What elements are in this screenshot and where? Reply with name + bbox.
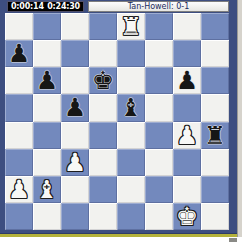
black-bishop[interactable]: ♝	[120, 94, 142, 121]
square-c6[interactable]	[61, 67, 89, 94]
square-c2[interactable]	[61, 176, 89, 203]
square-a4[interactable]	[5, 122, 33, 149]
black-pawn[interactable]: ♟	[8, 40, 30, 67]
black-pawn[interactable]: ♟	[36, 67, 58, 94]
chess-app-window: 0:00:14 0:24:30 Tan-Howell: 0-1 ♜♟♟♚♟♟♝♟…	[0, 0, 242, 244]
square-a3[interactable]	[5, 149, 33, 176]
square-f6[interactable]	[145, 67, 173, 94]
square-b7[interactable]	[33, 40, 61, 67]
square-d1[interactable]	[89, 203, 117, 230]
square-g3[interactable]	[173, 149, 201, 176]
black-rook[interactable]: ♜	[204, 122, 226, 149]
square-h1[interactable]	[201, 203, 229, 230]
square-g1[interactable]: ♚	[173, 203, 201, 230]
square-e7[interactable]	[117, 40, 145, 67]
square-h2[interactable]	[201, 176, 229, 203]
square-d4[interactable]	[89, 122, 117, 149]
window-bottom-frame	[0, 237, 242, 244]
square-d3[interactable]	[89, 149, 117, 176]
chess-board[interactable]: ♜♟♟♚♟♟♝♟♜♟♟♝♚	[5, 13, 229, 230]
square-e2[interactable]	[117, 176, 145, 203]
square-h3[interactable]	[201, 149, 229, 176]
square-f8[interactable]	[145, 13, 173, 40]
square-d2[interactable]	[89, 176, 117, 203]
square-c3[interactable]: ♟	[61, 149, 89, 176]
square-b5[interactable]	[33, 94, 61, 121]
square-g2[interactable]	[173, 176, 201, 203]
square-d8[interactable]	[89, 13, 117, 40]
square-b1[interactable]	[33, 203, 61, 230]
square-e8[interactable]: ♜	[117, 13, 145, 40]
white-rook[interactable]: ♜	[120, 13, 142, 40]
window-right-frame	[237, 0, 242, 238]
square-c1[interactable]	[61, 203, 89, 230]
square-f4[interactable]	[145, 122, 173, 149]
square-e3[interactable]	[117, 149, 145, 176]
square-c8[interactable]	[61, 13, 89, 40]
game-result-label: Tan-Howell: 0-1	[128, 2, 190, 11]
square-d7[interactable]	[89, 40, 117, 67]
white-pawn[interactable]: ♟	[64, 149, 86, 176]
square-d6[interactable]: ♚	[89, 67, 117, 94]
square-b2[interactable]: ♝	[33, 176, 61, 203]
square-e1[interactable]	[117, 203, 145, 230]
square-g6[interactable]: ♟	[173, 67, 201, 94]
square-a7[interactable]: ♟	[5, 40, 33, 67]
square-g5[interactable]	[173, 94, 201, 121]
white-clock: 0:00:14	[11, 2, 44, 11]
square-e4[interactable]	[117, 122, 145, 149]
square-f5[interactable]	[145, 94, 173, 121]
square-h4[interactable]: ♜	[201, 122, 229, 149]
square-h6[interactable]	[201, 67, 229, 94]
square-a1[interactable]	[5, 203, 33, 230]
square-b4[interactable]	[33, 122, 61, 149]
square-f1[interactable]	[145, 203, 173, 230]
square-a2[interactable]: ♟	[5, 176, 33, 203]
square-h5[interactable]	[201, 94, 229, 121]
square-f2[interactable]	[145, 176, 173, 203]
clock-display: 0:00:14 0:24:30	[7, 1, 84, 12]
square-a5[interactable]	[5, 94, 33, 121]
square-c5[interactable]: ♟	[61, 94, 89, 121]
game-title-bar: Tan-Howell: 0-1	[88, 1, 229, 12]
window-shadow-notch	[229, 238, 237, 242]
white-bishop[interactable]: ♝	[36, 176, 58, 203]
white-pawn[interactable]: ♟	[176, 122, 198, 149]
black-pawn[interactable]: ♟	[64, 94, 86, 121]
square-c4[interactable]	[61, 122, 89, 149]
square-c7[interactable]	[61, 40, 89, 67]
square-a6[interactable]	[5, 67, 33, 94]
white-king[interactable]: ♚	[176, 203, 198, 230]
square-b3[interactable]	[33, 149, 61, 176]
square-h8[interactable]	[201, 13, 229, 40]
square-h7[interactable]	[201, 40, 229, 67]
square-f3[interactable]	[145, 149, 173, 176]
square-g7[interactable]	[173, 40, 201, 67]
white-pawn[interactable]: ♟	[8, 176, 30, 203]
square-d5[interactable]	[89, 94, 117, 121]
square-a8[interactable]	[5, 13, 33, 40]
square-e6[interactable]	[117, 67, 145, 94]
square-b6[interactable]: ♟	[33, 67, 61, 94]
black-clock: 0:24:30	[47, 2, 80, 11]
square-b8[interactable]	[33, 13, 61, 40]
square-g8[interactable]	[173, 13, 201, 40]
black-king[interactable]: ♚	[92, 67, 114, 94]
square-f7[interactable]	[145, 40, 173, 67]
black-pawn[interactable]: ♟	[176, 67, 198, 94]
square-e5[interactable]: ♝	[117, 94, 145, 121]
square-g4[interactable]: ♟	[173, 122, 201, 149]
